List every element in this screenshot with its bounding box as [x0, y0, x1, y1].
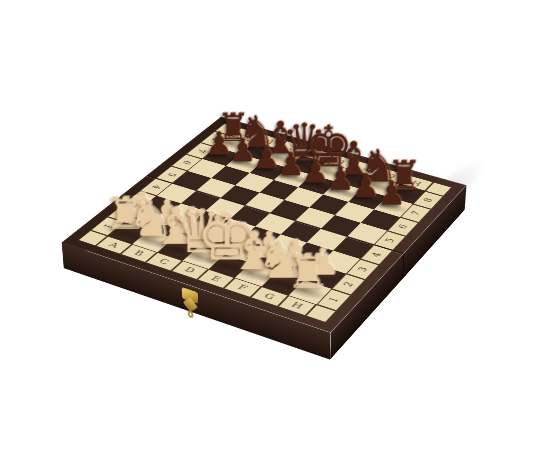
file-label-front: H: [289, 300, 305, 310]
file-label-back: A: [241, 132, 253, 139]
rank-label-right: 4: [369, 251, 384, 258]
rank-label-left: 8: [209, 136, 223, 142]
rank-label-left: 7: [194, 148, 208, 154]
corner-cell: [305, 304, 336, 322]
rank-label-right-cell: 5: [374, 231, 407, 251]
file-label-back: H: [410, 179, 424, 187]
file-label-back: E: [336, 158, 348, 165]
chess-board: ABCDEFGH8877665544332211ABCDEFGH ♜♞♝♛♚♝♞…: [62, 117, 467, 333]
rank-label-right: 8: [421, 197, 436, 203]
file-label-back: D: [311, 151, 324, 158]
file-label-back: F: [360, 165, 372, 172]
rank-label-right-cell: 6: [387, 217, 419, 236]
rank-label-left: 5: [165, 172, 179, 178]
file-label-back: G: [385, 172, 398, 180]
file-label-front-cell: H: [277, 295, 316, 316]
board-perspective: ABCDEFGH8877665544332211ABCDEFGH ♜♞♝♛♚♝♞…: [122, 65, 418, 361]
scene: ABCDEFGH8877665544332211ABCDEFGH ♜♞♝♛♚♝♞…: [0, 0, 550, 450]
rank-label-left: 6: [180, 159, 194, 165]
rank-label-right: 1: [326, 296, 342, 304]
clasp-ring: [188, 310, 194, 319]
brass-clasp: [177, 285, 203, 327]
rank-label-right: 6: [396, 223, 411, 230]
rank-label-right: 5: [382, 237, 397, 244]
file-label-back: C: [287, 145, 300, 152]
file-label-back: B: [264, 138, 277, 145]
piece-white-rook-h1[interactable]: ♜: [266, 238, 349, 294]
rank-label-right: 7: [408, 210, 423, 217]
rank-label-right-cell: 4: [360, 245, 393, 265]
